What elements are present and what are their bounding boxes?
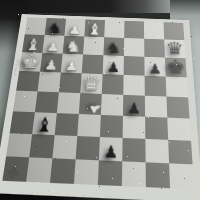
square-g5 [145, 76, 167, 97]
square-f3 [123, 116, 146, 139]
white-queen-d5: ♛ [81, 74, 101, 94]
square-f7 [124, 38, 144, 57]
square-d5: ♛ [80, 73, 102, 94]
square-d3 [77, 114, 101, 137]
square-e1 [98, 160, 122, 186]
white-pawn-c8: ♟ [68, 24, 82, 37]
white-pawn-b6: ♟ [44, 58, 59, 72]
square-e2: ♟ [99, 137, 123, 161]
square-b7: ♟ [42, 35, 64, 54]
square-a2 [6, 133, 32, 157]
square-h2 [168, 140, 192, 165]
square-c6: ♟ [61, 54, 83, 74]
black-pawn-g6: ♟ [148, 62, 162, 76]
square-g8 [144, 21, 164, 39]
square-e7: ♞ [103, 37, 124, 56]
white-knight-c7: ♞ [65, 39, 82, 55]
square-c4 [57, 92, 80, 114]
square-b4 [35, 91, 59, 113]
square-h5 [166, 77, 188, 98]
white-bishop-d8: ♝ [86, 21, 103, 37]
square-c2 [52, 135, 77, 159]
square-a6: ♚ [19, 52, 42, 72]
square-f5 [123, 75, 145, 96]
square-b1 [26, 157, 52, 183]
square-f6 [124, 56, 145, 76]
square-g6: ♟ [144, 57, 165, 77]
black-knight-e7: ♞ [106, 40, 122, 56]
square-f2 [122, 138, 145, 162]
white-pawn-c6: ♟ [64, 59, 79, 73]
square-f1 [122, 161, 146, 187]
black-pawn-e2: ♟ [103, 144, 119, 161]
chess-board: ♞♟♝♝♟♞♞♛♚♟♟♟♟♚♛♟♟♝♟ ❖ ı·ı·ıʟ·ı · ·· ˙ · … [0, 14, 200, 200]
square-h3 [167, 118, 191, 141]
white-pawn-b7: ♟ [46, 40, 61, 53]
square-d4: ♟ [79, 93, 102, 115]
square-g3 [145, 117, 168, 140]
square-f8 [124, 21, 144, 39]
square-e8 [104, 20, 124, 38]
square-h1 [169, 163, 194, 189]
square-d6 [82, 54, 104, 74]
black-king-h6: ♚ [166, 57, 187, 77]
square-h8 [164, 22, 185, 40]
square-c3 [55, 113, 79, 136]
square-g4 [145, 96, 167, 118]
square-d1 [74, 159, 99, 185]
square-g1 [146, 162, 170, 188]
square-b6: ♟ [40, 53, 63, 73]
square-e6: ♟ [103, 55, 124, 75]
square-d7 [83, 36, 104, 55]
square-e4 [101, 94, 123, 116]
square-d2 [76, 136, 100, 160]
black-pawn-e6: ♟ [106, 61, 120, 75]
board-grid: ♞♟♝♝♟♞♞♛♚♟♟♟♟♚♛♟♟♝♟ [2, 17, 194, 189]
square-e3 [100, 115, 123, 138]
square-c8: ♟ [64, 19, 85, 37]
square-e5 [102, 74, 124, 95]
chessboard-photo: ♞♟♝♝♟♞♞♛♚♟♟♟♟♚♛♟♟♝♟ ❖ ı·ı·ıʟ·ı · ·· ˙ · … [0, 0, 200, 200]
square-a3 [10, 111, 35, 134]
white-king-a6: ♚ [20, 52, 42, 72]
square-b8: ♞ [45, 18, 67, 36]
square-c1 [50, 158, 76, 184]
black-knight-b8: ♞ [47, 21, 64, 36]
square-f4: ♟ [123, 95, 145, 117]
square-g2 [145, 139, 169, 163]
square-h4 [166, 97, 189, 119]
square-g7 [144, 39, 165, 58]
square-b5 [37, 72, 60, 93]
square-c7: ♞ [63, 36, 85, 55]
square-a4 [13, 91, 38, 113]
square-h6: ♚ [165, 58, 187, 78]
black-pawn-f4: ♟ [127, 101, 141, 117]
square-a5 [16, 71, 40, 92]
black-bishop-b3: ♝ [34, 115, 54, 135]
square-d8: ♝ [84, 19, 105, 37]
square-b3: ♝ [32, 112, 57, 135]
square-c5 [59, 72, 82, 93]
square-a8 [25, 17, 47, 35]
square-b2 [29, 134, 54, 158]
